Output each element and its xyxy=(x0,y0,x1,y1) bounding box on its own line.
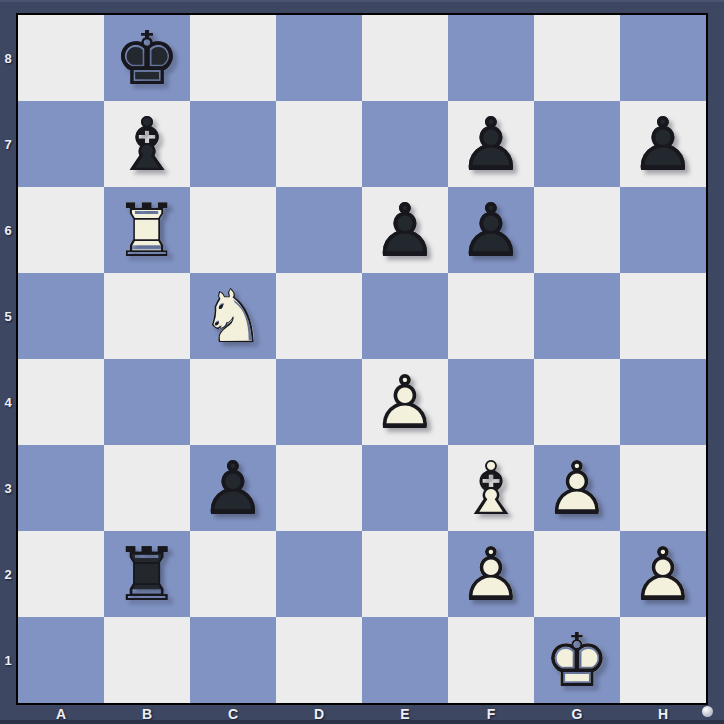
rank-label-5: 5 xyxy=(0,273,16,359)
square-b3[interactable] xyxy=(104,445,190,531)
square-a1[interactable] xyxy=(18,617,104,703)
square-d4[interactable] xyxy=(276,359,362,445)
square-f1[interactable] xyxy=(448,617,534,703)
resize-grip-dot[interactable] xyxy=(702,706,713,717)
square-h5[interactable] xyxy=(620,273,706,359)
square-f7[interactable]: ♟♙ xyxy=(448,101,534,187)
square-f3[interactable]: ♝♗ xyxy=(448,445,534,531)
square-c3[interactable]: ♟♙ xyxy=(190,445,276,531)
square-g8[interactable] xyxy=(534,15,620,101)
rank-labels: 87654321 xyxy=(0,15,16,703)
black-pawn[interactable]: ♟♙ xyxy=(362,187,448,273)
square-c8[interactable] xyxy=(190,15,276,101)
square-f8[interactable] xyxy=(448,15,534,101)
black-rook[interactable]: ♜♖ xyxy=(104,531,190,617)
white-pawn[interactable]: ♟♙ xyxy=(534,445,620,531)
square-b7[interactable]: ♝♗ xyxy=(104,101,190,187)
piece-outline-glyph: ♗ xyxy=(104,101,190,187)
square-h2[interactable]: ♟♙ xyxy=(620,531,706,617)
square-e7[interactable] xyxy=(362,101,448,187)
black-bishop[interactable]: ♝♗ xyxy=(104,101,190,187)
square-c5[interactable]: ♞♘ xyxy=(190,273,276,359)
piece-outline-glyph: ♙ xyxy=(362,187,448,273)
square-b6[interactable]: ♜♖ xyxy=(104,187,190,273)
square-a7[interactable] xyxy=(18,101,104,187)
black-pawn[interactable]: ♟♙ xyxy=(190,445,276,531)
black-pawn[interactable]: ♟♙ xyxy=(448,101,534,187)
black-pawn[interactable]: ♟♙ xyxy=(448,187,534,273)
piece-outline-glyph: ♙ xyxy=(448,101,534,187)
square-d3[interactable] xyxy=(276,445,362,531)
rank-label-8: 8 xyxy=(0,15,16,101)
white-bishop[interactable]: ♝♗ xyxy=(448,445,534,531)
square-h8[interactable] xyxy=(620,15,706,101)
square-d6[interactable] xyxy=(276,187,362,273)
white-pawn[interactable]: ♟♙ xyxy=(620,531,706,617)
frame-top-highlight xyxy=(0,0,724,2)
square-e2[interactable] xyxy=(362,531,448,617)
piece-outline-glyph: ♗ xyxy=(448,445,534,531)
square-c1[interactable] xyxy=(190,617,276,703)
square-g1[interactable]: ♚♔ xyxy=(534,617,620,703)
frame-bottom-shade xyxy=(0,720,724,724)
chess-board[interactable]: ♚♔♝♗♟♙♟♙♜♖♟♙♟♙♞♘♟♙♟♙♝♗♟♙♜♖♟♙♟♙♚♔ xyxy=(16,13,708,705)
piece-outline-glyph: ♙ xyxy=(620,531,706,617)
piece-outline-glyph: ♖ xyxy=(104,531,190,617)
white-knight[interactable]: ♞♘ xyxy=(190,273,276,359)
square-b8[interactable]: ♚♔ xyxy=(104,15,190,101)
square-f5[interactable] xyxy=(448,273,534,359)
piece-outline-glyph: ♙ xyxy=(362,359,448,445)
square-g5[interactable] xyxy=(534,273,620,359)
piece-outline-glyph: ♙ xyxy=(534,445,620,531)
rank-label-4: 4 xyxy=(0,359,16,445)
square-e3[interactable] xyxy=(362,445,448,531)
square-b2[interactable]: ♜♖ xyxy=(104,531,190,617)
square-c7[interactable] xyxy=(190,101,276,187)
square-a8[interactable] xyxy=(18,15,104,101)
rank-label-1: 1 xyxy=(0,617,16,703)
square-b5[interactable] xyxy=(104,273,190,359)
white-pawn[interactable]: ♟♙ xyxy=(448,531,534,617)
piece-outline-glyph: ♙ xyxy=(448,187,534,273)
square-h3[interactable] xyxy=(620,445,706,531)
square-a6[interactable] xyxy=(18,187,104,273)
square-c6[interactable] xyxy=(190,187,276,273)
square-d7[interactable] xyxy=(276,101,362,187)
piece-outline-glyph: ♘ xyxy=(190,273,276,359)
square-f4[interactable] xyxy=(448,359,534,445)
square-h4[interactable] xyxy=(620,359,706,445)
square-a4[interactable] xyxy=(18,359,104,445)
square-h6[interactable] xyxy=(620,187,706,273)
square-a2[interactable] xyxy=(18,531,104,617)
square-c2[interactable] xyxy=(190,531,276,617)
black-king[interactable]: ♚♔ xyxy=(104,15,190,101)
square-d1[interactable] xyxy=(276,617,362,703)
square-f6[interactable]: ♟♙ xyxy=(448,187,534,273)
white-king[interactable]: ♚♔ xyxy=(534,617,620,703)
square-d8[interactable] xyxy=(276,15,362,101)
piece-outline-glyph: ♖ xyxy=(104,187,190,273)
square-e4[interactable]: ♟♙ xyxy=(362,359,448,445)
rank-label-6: 6 xyxy=(0,187,16,273)
square-g3[interactable]: ♟♙ xyxy=(534,445,620,531)
piece-outline-glyph: ♔ xyxy=(534,617,620,703)
square-c4[interactable] xyxy=(190,359,276,445)
white-rook[interactable]: ♜♖ xyxy=(104,187,190,273)
square-b4[interactable] xyxy=(104,359,190,445)
chess-app-window: 87654321 ♚♔♝♗♟♙♟♙♜♖♟♙♟♙♞♘♟♙♟♙♝♗♟♙♜♖♟♙♟♙♚… xyxy=(0,0,724,724)
piece-outline-glyph: ♙ xyxy=(620,101,706,187)
piece-outline-glyph: ♙ xyxy=(190,445,276,531)
square-h7[interactable]: ♟♙ xyxy=(620,101,706,187)
square-b1[interactable] xyxy=(104,617,190,703)
square-f2[interactable]: ♟♙ xyxy=(448,531,534,617)
white-pawn[interactable]: ♟♙ xyxy=(362,359,448,445)
square-e1[interactable] xyxy=(362,617,448,703)
rank-label-7: 7 xyxy=(0,101,16,187)
piece-outline-glyph: ♔ xyxy=(104,15,190,101)
square-a3[interactable] xyxy=(18,445,104,531)
square-h1[interactable] xyxy=(620,617,706,703)
rank-label-2: 2 xyxy=(0,531,16,617)
square-g7[interactable] xyxy=(534,101,620,187)
square-g4[interactable] xyxy=(534,359,620,445)
square-e8[interactable] xyxy=(362,15,448,101)
rank-label-3: 3 xyxy=(0,445,16,531)
square-a5[interactable] xyxy=(18,273,104,359)
black-pawn[interactable]: ♟♙ xyxy=(620,101,706,187)
square-d2[interactable] xyxy=(276,531,362,617)
square-e6[interactable]: ♟♙ xyxy=(362,187,448,273)
square-e5[interactable] xyxy=(362,273,448,359)
square-g2[interactable] xyxy=(534,531,620,617)
square-d5[interactable] xyxy=(276,273,362,359)
square-g6[interactable] xyxy=(534,187,620,273)
piece-outline-glyph: ♙ xyxy=(448,531,534,617)
